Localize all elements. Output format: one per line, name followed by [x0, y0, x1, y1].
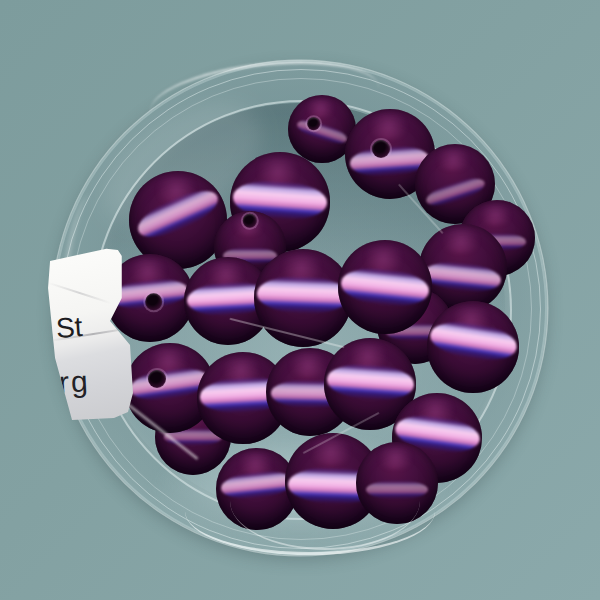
- bead-hole: [372, 140, 390, 158]
- bead-highlight-band: [428, 317, 519, 365]
- bead-sheen: [365, 114, 412, 138]
- glass-reflection-bottom2: [230, 452, 420, 550]
- bead-highlight-band: [295, 117, 349, 148]
- bead-hole: [145, 293, 163, 311]
- bead-sheen: [476, 205, 516, 226]
- photo-beads-in-box: St rg: [0, 0, 600, 600]
- bead-sheen: [433, 149, 475, 171]
- bead-highlight-band: [326, 362, 415, 403]
- bead: [427, 301, 519, 393]
- bead-sheen: [438, 229, 484, 253]
- bead-highlight-band: [339, 265, 431, 310]
- label-text-line1: St: [55, 313, 83, 343]
- bead-sheen: [359, 246, 408, 271]
- bead-highlight-band: [423, 259, 503, 295]
- bead: [254, 249, 352, 347]
- bead-hole: [307, 117, 321, 131]
- bead-sheen: [303, 99, 338, 117]
- label-fold-crease: [47, 282, 112, 305]
- bead: [338, 240, 432, 334]
- bead-hole: [148, 370, 166, 388]
- bead-highlight-band: [256, 275, 349, 315]
